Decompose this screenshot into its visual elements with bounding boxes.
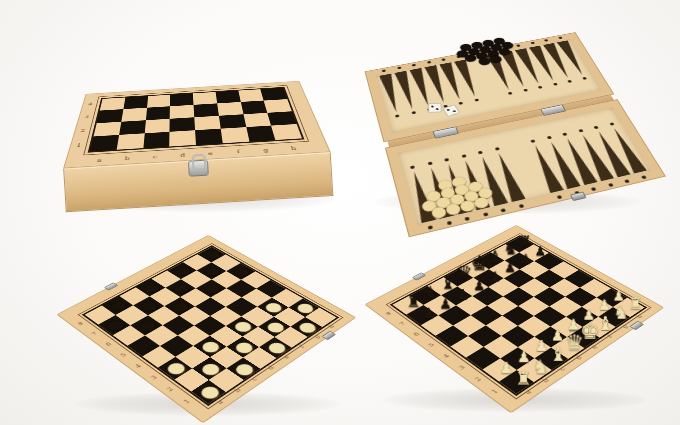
file-label: c xyxy=(141,154,169,161)
chess-view: ♜♞♝♛♚♝♞♜♟♟♟♟♟♟♟♟♟♟♟♟♟♟♟♟♜♞♝♛♚♝♞♜abcdefgh… xyxy=(352,194,672,419)
hinge-knob-icon xyxy=(104,282,119,290)
file-label: f xyxy=(224,149,253,156)
rank-label: 3 xyxy=(458,365,467,371)
peg-dot xyxy=(591,187,597,191)
peg-dot xyxy=(395,114,400,117)
board-square xyxy=(534,270,564,288)
backgammon-point xyxy=(557,40,588,76)
peg-dot xyxy=(544,39,549,42)
closed-board-square xyxy=(169,130,196,146)
file-label: c xyxy=(244,372,266,387)
closed-board-square xyxy=(90,135,119,151)
backgammon-point xyxy=(529,144,564,193)
closed-chessboard-grid xyxy=(88,87,305,153)
rank-label: 5 xyxy=(119,352,127,358)
rank-label: 7 xyxy=(398,321,406,326)
board-square xyxy=(194,316,226,336)
peg-dot xyxy=(410,165,415,169)
file-label: h xyxy=(279,145,308,152)
closed-board-square xyxy=(116,133,144,149)
closed-board-square xyxy=(271,124,302,140)
file-label: a xyxy=(85,157,114,164)
chess-board: ♜♞♝♛♚♝♞♜♟♟♟♟♟♟♟♟♟♟♟♟♟♟♟♟♜♞♝♛♚♝♞♜abcdefgh… xyxy=(364,225,664,413)
peg-dot xyxy=(411,111,416,114)
rank-label: 1 xyxy=(490,389,499,395)
rank-label: 2 xyxy=(474,376,483,382)
die-icon xyxy=(442,104,460,116)
closed-board-square xyxy=(143,132,170,148)
rank-label: 4 xyxy=(88,103,93,107)
peg-dot xyxy=(427,61,431,64)
rank-label: 6 xyxy=(105,342,113,347)
peg-dot xyxy=(427,162,432,166)
peg-dot xyxy=(578,129,583,133)
peg-dot xyxy=(641,175,647,179)
peg-dot xyxy=(562,132,567,136)
peg-dot xyxy=(567,80,572,83)
rank-label: 8 xyxy=(77,321,85,326)
die-icon xyxy=(428,103,442,113)
peg-dot xyxy=(516,44,520,47)
rank-label: 2 xyxy=(80,128,86,133)
latch-clasp-icon xyxy=(184,153,211,177)
rank-label: 3 xyxy=(150,375,159,381)
peg-dot xyxy=(594,126,599,129)
product-photo-stage: abcdefgh 4321 ●●●●●●●●●●●●●●●●●●●●●●●●●●… xyxy=(0,0,680,425)
peg-dot xyxy=(558,36,563,39)
peg-dot xyxy=(478,151,483,155)
peg-dot xyxy=(382,69,386,72)
peg-dot xyxy=(582,77,587,80)
closed-box-view: abcdefgh 4321 xyxy=(44,10,354,215)
closed-board-square xyxy=(220,127,249,143)
rank-label: 6 xyxy=(413,332,421,337)
peg-dot xyxy=(442,58,446,61)
peg-dot xyxy=(538,86,543,89)
rank-label: 1 xyxy=(76,143,82,148)
peg-dot xyxy=(547,136,552,140)
black-pawn: ♟ xyxy=(417,306,440,320)
rank-label: 1 xyxy=(182,399,191,405)
checkers-board: ●●●●●●●●●●●●●●●●●●●●●●●●abcdefgh87654321 xyxy=(56,235,356,423)
closed-box: abcdefgh 4321 xyxy=(38,1,360,225)
backgammon-view: ●●●●●●●●●●●●●●●●●●●●●●●●●●●●●● xyxy=(344,0,674,222)
white-rook: ♜ xyxy=(511,370,536,388)
board-square xyxy=(502,306,534,326)
peg-dot xyxy=(508,92,513,95)
backgammon-point xyxy=(454,60,481,98)
peg-dot xyxy=(624,179,630,183)
peg-dot xyxy=(397,66,401,69)
hinge-knob-icon xyxy=(412,272,427,280)
rank-label: 4 xyxy=(134,363,143,369)
peg-dot xyxy=(530,42,535,45)
file-label: c xyxy=(552,362,574,377)
peg-dot xyxy=(459,102,464,105)
peg-dot xyxy=(495,147,500,151)
rank-label: 5 xyxy=(427,342,435,348)
peg-dot xyxy=(412,64,416,67)
rank-label: 8 xyxy=(385,311,393,316)
peg-dot xyxy=(608,183,614,187)
rank-label: 4 xyxy=(442,353,451,359)
checkers-grid: ●●●●●●●●●●●●●●●●●●●●●●●● xyxy=(82,245,339,406)
peg-dot xyxy=(474,98,479,101)
closed-board-square xyxy=(195,129,222,145)
file-label: g xyxy=(252,147,281,154)
peg-dot xyxy=(523,89,528,92)
peg-dot xyxy=(531,139,536,143)
chess-grid: ♜♞♝♛♚♝♞♜♟♟♟♟♟♟♟♟♟♟♟♟♟♟♟♟♜♞♝♛♚♝♞♜ xyxy=(390,235,647,396)
rank-label: 7 xyxy=(90,331,98,336)
peg-dot xyxy=(444,158,449,162)
rank-label: 3 xyxy=(84,115,89,119)
rank-label: 2 xyxy=(166,386,175,392)
checkers-view: ●●●●●●●●●●●●●●●●●●●●●●●●abcdefgh87654321 xyxy=(46,208,366,425)
peg-dot xyxy=(553,83,558,86)
file-label: b xyxy=(113,155,141,162)
peg-dot xyxy=(609,122,614,125)
peg-dot xyxy=(461,154,466,158)
